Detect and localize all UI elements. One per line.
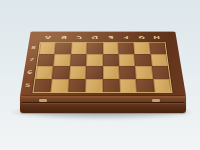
file-label-f: F: [118, 34, 134, 41]
square-b7: [54, 54, 71, 66]
square-d7: [86, 54, 102, 66]
square-a8: [39, 43, 56, 54]
chess-board-lid: ABCDEFGH 8765: [20, 31, 186, 96]
hinge-right-icon: [152, 99, 160, 102]
square-a5: [34, 79, 53, 92]
square-e6: [103, 66, 120, 79]
box-front-face: [20, 95, 186, 113]
file-label-h: H: [149, 34, 165, 41]
square-e5: [103, 79, 120, 92]
square-a6: [35, 66, 53, 79]
chess-board-field: [32, 42, 172, 93]
square-g8: [134, 43, 151, 54]
file-label-c: C: [71, 34, 87, 41]
square-g5: [136, 79, 154, 92]
square-d8: [87, 43, 103, 54]
square-d6: [86, 66, 103, 79]
square-f7: [118, 54, 135, 66]
file-label-d: D: [87, 34, 103, 41]
square-f8: [118, 43, 134, 54]
square-h8: [149, 43, 166, 54]
square-e7: [103, 54, 119, 66]
box-lid-seam: [22, 102, 184, 103]
square-f6: [119, 66, 136, 79]
file-label-a: A: [40, 34, 56, 41]
square-c8: [71, 43, 87, 54]
square-h5: [153, 79, 172, 92]
square-d5: [85, 79, 102, 92]
file-label-e: E: [103, 34, 119, 41]
square-b6: [52, 66, 70, 79]
file-labels: ABCDEFGH: [40, 34, 166, 41]
square-f5: [119, 79, 137, 92]
photo-background: ABCDEFGH 8765: [0, 0, 200, 150]
square-b5: [51, 79, 69, 92]
square-g7: [134, 54, 151, 66]
square-c5: [68, 79, 86, 92]
square-c6: [69, 66, 86, 79]
file-label-b: B: [55, 34, 71, 41]
square-h6: [152, 66, 170, 79]
square-h7: [150, 54, 168, 66]
square-e8: [103, 43, 119, 54]
square-b8: [55, 43, 72, 54]
hinge-left-icon: [39, 99, 47, 102]
square-c7: [70, 54, 87, 66]
file-label-g: G: [133, 34, 149, 41]
square-g6: [135, 66, 153, 79]
square-a7: [37, 54, 55, 66]
